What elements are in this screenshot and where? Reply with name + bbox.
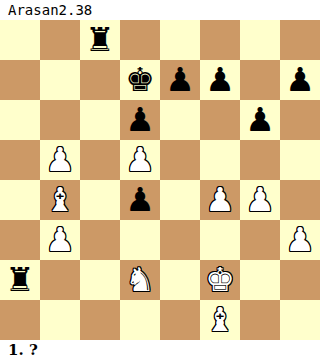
square-b3[interactable]: ♟ (40, 220, 80, 260)
piece-white-pawn[interactable]: ♟ (245, 180, 275, 220)
square-e3[interactable] (160, 220, 200, 260)
square-f1[interactable]: ♝ (200, 300, 240, 340)
square-c4[interactable] (80, 180, 120, 220)
square-d6[interactable]: ♟ (120, 100, 160, 140)
square-d1[interactable] (120, 300, 160, 340)
square-h8[interactable] (280, 20, 320, 60)
piece-white-knight[interactable]: ♞ (125, 260, 155, 300)
square-b6[interactable] (40, 100, 80, 140)
status-bar: 1. ? (0, 340, 320, 360)
piece-white-pawn[interactable]: ♟ (285, 220, 315, 260)
piece-black-king[interactable]: ♚ (125, 60, 155, 100)
square-h1[interactable] (280, 300, 320, 340)
square-e4[interactable] (160, 180, 200, 220)
chess-app-window: Arasan2.38 ♜♚♟♟♟♟♟♟♟♝♟♟♟♟♟♜♞♚♝ 1. ? (0, 0, 320, 360)
square-d8[interactable] (120, 20, 160, 60)
square-b4[interactable]: ♝ (40, 180, 80, 220)
square-f7[interactable]: ♟ (200, 60, 240, 100)
square-c7[interactable] (80, 60, 120, 100)
square-a1[interactable] (0, 300, 40, 340)
square-g1[interactable] (240, 300, 280, 340)
chess-board[interactable]: ♜♚♟♟♟♟♟♟♟♝♟♟♟♟♟♜♞♚♝ (0, 20, 320, 340)
square-e8[interactable] (160, 20, 200, 60)
square-c2[interactable] (80, 260, 120, 300)
square-h4[interactable] (280, 180, 320, 220)
square-a6[interactable] (0, 100, 40, 140)
square-a4[interactable] (0, 180, 40, 220)
square-g3[interactable] (240, 220, 280, 260)
square-a2[interactable]: ♜ (0, 260, 40, 300)
square-c6[interactable] (80, 100, 120, 140)
piece-white-pawn[interactable]: ♟ (205, 180, 235, 220)
piece-black-pawn[interactable]: ♟ (285, 60, 315, 100)
square-d7[interactable]: ♚ (120, 60, 160, 100)
square-f2[interactable]: ♚ (200, 260, 240, 300)
square-e5[interactable] (160, 140, 200, 180)
square-a7[interactable] (0, 60, 40, 100)
square-f3[interactable] (200, 220, 240, 260)
piece-white-pawn[interactable]: ♟ (45, 140, 75, 180)
square-e1[interactable] (160, 300, 200, 340)
piece-white-pawn[interactable]: ♟ (125, 140, 155, 180)
square-b2[interactable] (40, 260, 80, 300)
square-f8[interactable] (200, 20, 240, 60)
square-d4[interactable]: ♟ (120, 180, 160, 220)
square-e7[interactable]: ♟ (160, 60, 200, 100)
square-b5[interactable]: ♟ (40, 140, 80, 180)
square-d2[interactable]: ♞ (120, 260, 160, 300)
piece-black-pawn[interactable]: ♟ (205, 60, 235, 100)
piece-white-king[interactable]: ♚ (205, 260, 235, 300)
square-g5[interactable] (240, 140, 280, 180)
square-c3[interactable] (80, 220, 120, 260)
move-prompt: 1. ? (8, 341, 38, 359)
square-c8[interactable]: ♜ (80, 20, 120, 60)
square-e2[interactable] (160, 260, 200, 300)
square-g6[interactable]: ♟ (240, 100, 280, 140)
square-h2[interactable] (280, 260, 320, 300)
square-g8[interactable] (240, 20, 280, 60)
square-c5[interactable] (80, 140, 120, 180)
piece-white-bishop[interactable]: ♝ (205, 300, 235, 340)
square-c1[interactable] (80, 300, 120, 340)
piece-white-pawn[interactable]: ♟ (45, 220, 75, 260)
square-d5[interactable]: ♟ (120, 140, 160, 180)
piece-black-pawn[interactable]: ♟ (125, 180, 155, 220)
title-bar: Arasan2.38 (0, 0, 320, 20)
square-b7[interactable] (40, 60, 80, 100)
square-h6[interactable] (280, 100, 320, 140)
piece-black-pawn[interactable]: ♟ (245, 100, 275, 140)
window-title: Arasan2.38 (8, 2, 92, 18)
square-b8[interactable] (40, 20, 80, 60)
square-a3[interactable] (0, 220, 40, 260)
square-h5[interactable] (280, 140, 320, 180)
square-f5[interactable] (200, 140, 240, 180)
piece-black-rook[interactable]: ♜ (5, 260, 35, 300)
square-d3[interactable] (120, 220, 160, 260)
piece-black-pawn[interactable]: ♟ (125, 100, 155, 140)
piece-black-pawn[interactable]: ♟ (165, 60, 195, 100)
square-e6[interactable] (160, 100, 200, 140)
square-b1[interactable] (40, 300, 80, 340)
square-f6[interactable] (200, 100, 240, 140)
piece-black-rook[interactable]: ♜ (85, 20, 115, 60)
square-a8[interactable] (0, 20, 40, 60)
square-a5[interactable] (0, 140, 40, 180)
square-f4[interactable]: ♟ (200, 180, 240, 220)
square-g2[interactable] (240, 260, 280, 300)
square-h7[interactable]: ♟ (280, 60, 320, 100)
square-h3[interactable]: ♟ (280, 220, 320, 260)
piece-white-bishop[interactable]: ♝ (45, 180, 75, 220)
square-g7[interactable] (240, 60, 280, 100)
square-g4[interactable]: ♟ (240, 180, 280, 220)
